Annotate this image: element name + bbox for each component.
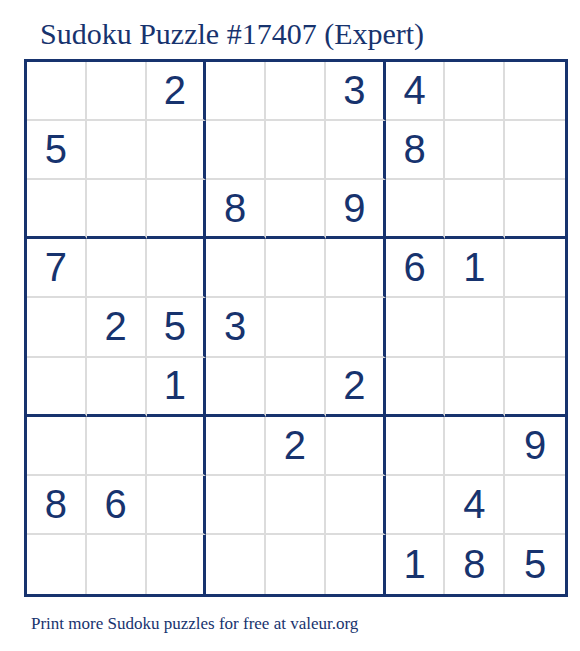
cell-r1c7: 4 — [386, 62, 446, 121]
cell-r8c5[interactable] — [266, 476, 326, 535]
cell-r3c6: 9 — [326, 180, 386, 239]
cell-r6c4[interactable] — [206, 358, 266, 417]
cell-r7c7[interactable] — [386, 417, 446, 476]
cell-r9c6[interactable] — [326, 535, 386, 594]
cell-r5c7[interactable] — [386, 298, 446, 357]
cell-r4c7: 6 — [386, 239, 446, 298]
cell-r1c1[interactable] — [27, 62, 87, 121]
cell-r1c4[interactable] — [206, 62, 266, 121]
cell-r5c8[interactable] — [445, 298, 505, 357]
cell-r9c2[interactable] — [87, 535, 147, 594]
cell-r6c2[interactable] — [87, 358, 147, 417]
cell-r2c3[interactable] — [147, 121, 207, 180]
cell-r1c6: 3 — [326, 62, 386, 121]
cell-r8c3[interactable] — [147, 476, 207, 535]
cell-r2c9[interactable] — [505, 121, 565, 180]
cell-r4c5[interactable] — [266, 239, 326, 298]
cell-r4c8: 1 — [445, 239, 505, 298]
cell-r4c9[interactable] — [505, 239, 565, 298]
cell-r3c3[interactable] — [147, 180, 207, 239]
cell-r7c2[interactable] — [87, 417, 147, 476]
cell-r5c6[interactable] — [326, 298, 386, 357]
cell-r1c2[interactable] — [87, 62, 147, 121]
cell-r8c1: 8 — [27, 476, 87, 535]
cell-r6c6: 2 — [326, 358, 386, 417]
cell-r6c7[interactable] — [386, 358, 446, 417]
cell-r5c2: 2 — [87, 298, 147, 357]
cell-r3c1[interactable] — [27, 180, 87, 239]
cell-r7c4[interactable] — [206, 417, 266, 476]
cell-r3c8[interactable] — [445, 180, 505, 239]
cell-r1c3: 2 — [147, 62, 207, 121]
cell-r8c2: 6 — [87, 476, 147, 535]
cell-r8c9[interactable] — [505, 476, 565, 535]
footer-note: Print more Sudoku puzzles for free at va… — [31, 614, 358, 634]
cell-r7c5: 2 — [266, 417, 326, 476]
cell-r5c9[interactable] — [505, 298, 565, 357]
cell-r2c2[interactable] — [87, 121, 147, 180]
cell-r3c4: 8 — [206, 180, 266, 239]
cell-r3c2[interactable] — [87, 180, 147, 239]
cell-r8c6[interactable] — [326, 476, 386, 535]
cell-r3c9[interactable] — [505, 180, 565, 239]
cell-r2c7: 8 — [386, 121, 446, 180]
cell-r1c9[interactable] — [505, 62, 565, 121]
cell-r8c8: 4 — [445, 476, 505, 535]
cell-r8c4[interactable] — [206, 476, 266, 535]
cell-r5c5[interactable] — [266, 298, 326, 357]
cell-r2c4[interactable] — [206, 121, 266, 180]
cell-r8c7[interactable] — [386, 476, 446, 535]
cell-r4c2[interactable] — [87, 239, 147, 298]
cell-r5c1[interactable] — [27, 298, 87, 357]
cell-r4c6[interactable] — [326, 239, 386, 298]
cell-r7c9: 9 — [505, 417, 565, 476]
cell-r5c4: 3 — [206, 298, 266, 357]
cell-r9c7: 1 — [386, 535, 446, 594]
cell-r7c1[interactable] — [27, 417, 87, 476]
cell-r3c5[interactable] — [266, 180, 326, 239]
cell-r2c6[interactable] — [326, 121, 386, 180]
page-title: Sudoku Puzzle #17407 (Expert) — [40, 17, 424, 50]
cell-r9c9: 5 — [505, 535, 565, 594]
cell-r4c3[interactable] — [147, 239, 207, 298]
cell-r1c5[interactable] — [266, 62, 326, 121]
cell-r6c8[interactable] — [445, 358, 505, 417]
cell-r4c1: 7 — [27, 239, 87, 298]
cell-r9c3[interactable] — [147, 535, 207, 594]
cell-r7c3[interactable] — [147, 417, 207, 476]
cell-r1c8[interactable] — [445, 62, 505, 121]
cell-r4c4[interactable] — [206, 239, 266, 298]
cell-r6c1[interactable] — [27, 358, 87, 417]
cell-r9c1[interactable] — [27, 535, 87, 594]
cell-r3c7[interactable] — [386, 180, 446, 239]
cell-r6c9[interactable] — [505, 358, 565, 417]
cell-r9c5[interactable] — [266, 535, 326, 594]
cell-r5c3: 5 — [147, 298, 207, 357]
sudoku-board: 23458897612531229864185 — [24, 59, 568, 597]
cell-r9c8: 8 — [445, 535, 505, 594]
cell-r2c1: 5 — [27, 121, 87, 180]
cell-r2c8[interactable] — [445, 121, 505, 180]
cell-r6c5[interactable] — [266, 358, 326, 417]
cell-r6c3: 1 — [147, 358, 207, 417]
cell-r2c5[interactable] — [266, 121, 326, 180]
cell-r7c6[interactable] — [326, 417, 386, 476]
cell-r9c4[interactable] — [206, 535, 266, 594]
cell-r7c8[interactable] — [445, 417, 505, 476]
